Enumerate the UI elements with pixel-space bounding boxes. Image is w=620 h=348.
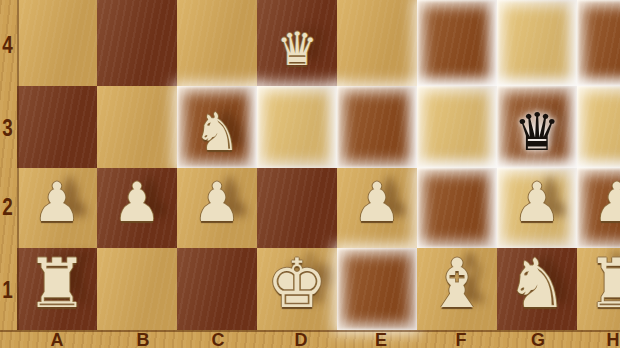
square-b2[interactable]: ♟ (97, 168, 177, 248)
square-f2[interactable] (417, 168, 497, 248)
rank-label-4: 4 (1, 32, 15, 58)
square-f1[interactable]: ♝ (417, 248, 497, 330)
file-label-b: B (137, 332, 150, 348)
rank-label-2: 2 (1, 194, 15, 220)
square-c3[interactable]: ♞ (177, 86, 257, 168)
square-b1[interactable] (97, 248, 177, 330)
white-pawn-g2[interactable]: ♟ (513, 176, 561, 230)
square-g2[interactable]: ♟ (497, 168, 577, 248)
square-e4[interactable] (337, 0, 417, 86)
white-pawn-h2[interactable]: ♟ (593, 176, 620, 230)
rank-coordinate-strip: 4 3 2 1 (0, 0, 19, 330)
square-d3[interactable] (257, 86, 337, 168)
square-h1[interactable]: ♜ (577, 248, 620, 330)
file-label-c: C (212, 332, 225, 348)
white-pawn-e2[interactable]: ♟ (353, 176, 401, 230)
square-h2[interactable]: ♟ (577, 168, 620, 248)
black-queen-g3[interactable]: ♛ (514, 106, 561, 158)
square-d2[interactable] (257, 168, 337, 248)
white-king-d1[interactable]: ♚ (267, 250, 328, 318)
square-d1[interactable]: ♚ (257, 248, 337, 330)
file-label-h: H (607, 332, 620, 348)
square-f4[interactable] (417, 0, 497, 86)
white-pawn-c2[interactable]: ♟ (193, 176, 241, 230)
square-a3[interactable] (17, 86, 97, 168)
square-e1[interactable] (337, 248, 417, 330)
square-e2[interactable]: ♟ (337, 168, 417, 248)
file-label-d: D (295, 332, 308, 348)
rank-label-1: 1 (1, 277, 15, 303)
white-pawn-b2[interactable]: ♟ (113, 176, 161, 230)
file-label-f: F (456, 332, 467, 348)
white-pawn-a2[interactable]: ♟ (33, 176, 81, 230)
square-e3[interactable] (337, 86, 417, 168)
square-h4[interactable] (577, 0, 620, 86)
square-f3[interactable] (417, 86, 497, 168)
square-d4[interactable]: ♛ (257, 0, 337, 86)
square-a1[interactable]: ♜ (17, 248, 97, 330)
square-c4[interactable] (177, 0, 257, 86)
white-knight-c3[interactable]: ♞ (194, 106, 241, 158)
square-g3[interactable]: ♛ (497, 86, 577, 168)
rank-label-3: 3 (1, 115, 15, 141)
square-b4[interactable] (97, 0, 177, 86)
square-b3[interactable] (97, 86, 177, 168)
chess-board: ♛♞♛♟♟♟♟♟♟♜♚♝♞♜ (17, 0, 620, 330)
file-label-g: G (531, 332, 545, 348)
square-a2[interactable]: ♟ (17, 168, 97, 248)
square-h3[interactable] (577, 86, 620, 168)
white-rook-h1[interactable]: ♜ (587, 250, 620, 318)
square-g1[interactable]: ♞ (497, 248, 577, 330)
file-coordinate-strip: A B C D E F G H (0, 330, 620, 348)
white-bishop-f1[interactable]: ♝ (427, 250, 488, 318)
square-c1[interactable] (177, 248, 257, 330)
file-label-e: E (375, 332, 387, 348)
file-label-a: A (51, 332, 64, 348)
square-c2[interactable]: ♟ (177, 168, 257, 248)
white-queen-d4[interactable]: ♛ (276, 26, 317, 72)
square-a4[interactable] (17, 0, 97, 86)
white-rook-a1[interactable]: ♜ (27, 250, 88, 318)
square-g4[interactable] (497, 0, 577, 86)
white-knight-g1[interactable]: ♞ (507, 250, 568, 318)
chess-app-screen: ♛♞♛♟♟♟♟♟♟♜♚♝♞♜ 4 3 2 1 A B C D E F G H (0, 0, 620, 348)
